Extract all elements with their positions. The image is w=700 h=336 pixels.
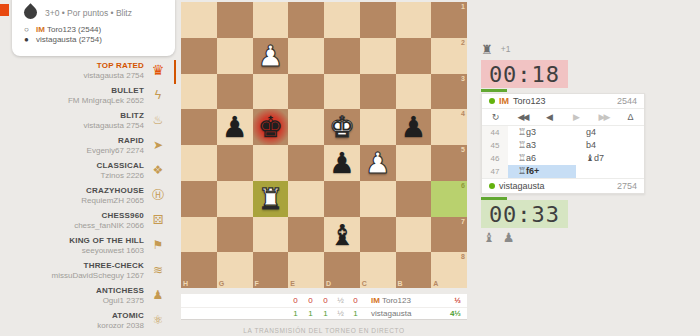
square-e2[interactable]	[288, 38, 324, 74]
move-white[interactable]: ♖g3	[508, 126, 576, 139]
leaderboard-item-atomic[interactable]: ATOMICkorozor 2038⚛	[0, 308, 172, 333]
crazyhouse-icon: Ⓗ	[144, 183, 172, 208]
leaderboard-item-classical[interactable]: CLASSICALTzinos 2226❖	[0, 158, 172, 183]
leaderboard-user: missuDavidScheguy 1267	[52, 271, 145, 281]
game-score: 0	[318, 296, 333, 305]
square-c3[interactable]	[360, 74, 396, 110]
leaderboard-item-rapid[interactable]: RAPIDEvgeniy67 2274➤	[0, 133, 172, 158]
leaderboard-item-three-check[interactable]: THREE-CHECKmissuDavidScheguy 1267≋	[0, 258, 172, 283]
square-a4[interactable]: 4	[431, 109, 467, 145]
square-e6[interactable]	[288, 181, 324, 217]
square-h7[interactable]	[181, 217, 217, 253]
square-g8[interactable]: G	[217, 252, 253, 288]
square-g5[interactable]	[217, 145, 253, 181]
leaderboard-user: korozor 2038	[97, 321, 144, 331]
white-side-icon: ○	[24, 25, 32, 35]
card-player-row[interactable]: ●vistagausta (2754)	[24, 35, 167, 45]
last-move-icon: ▶▶	[590, 112, 617, 122]
prev-move-icon[interactable]: ◀	[536, 112, 563, 122]
square-b4[interactable]: ♟	[396, 109, 432, 145]
rank-label: 5	[461, 146, 465, 153]
atom-icon: ⚛	[144, 308, 172, 333]
leaderboard-scroll-indicator	[174, 60, 176, 84]
square-g6[interactable]	[217, 181, 253, 217]
leaderboard-item-antichess[interactable]: ANTICHESSOgul1 2375♟	[0, 283, 172, 308]
white-piece-d4[interactable]: ♚	[324, 109, 360, 145]
leaderboard-title: BLITZ	[84, 111, 145, 121]
move-panel: IM Toro123 2544 ↻◀◀◀▶▶▶Δ 44♖g3g445♖a3b44…	[481, 93, 645, 194]
game-score: 1	[318, 309, 333, 318]
game-score: 0	[288, 296, 303, 305]
leaderboard-text: KING OF THE HILLseeyouwest 1603	[69, 236, 144, 256]
file-label: G	[219, 280, 224, 287]
square-c6[interactable]	[360, 181, 396, 217]
square-h4[interactable]	[181, 109, 217, 145]
square-c2[interactable]	[360, 38, 396, 74]
file-label: B	[398, 280, 403, 287]
square-f6[interactable]: ♜	[253, 181, 289, 217]
move-black[interactable]: b4	[576, 139, 644, 152]
move-row: 47♖f6+	[482, 165, 644, 178]
next-move-icon: ▶	[563, 112, 590, 122]
player-name: Toro123	[513, 96, 546, 106]
move-list: 44♖g3g445♖a3b446♖a6♝d747♖f6+	[482, 126, 644, 178]
turtle-icon: ❖	[144, 158, 172, 183]
player-row-bottom[interactable]: vistagausta 2754	[482, 178, 644, 193]
rabbit-icon: ➤	[144, 133, 172, 158]
leaderboard-text: BULLETFM MnIgraqLek 2652	[68, 86, 144, 106]
move-white[interactable]: ♖a3	[508, 139, 576, 152]
player-row-top[interactable]: IM Toro123 2544	[482, 94, 644, 109]
rank-label: 7	[461, 218, 465, 225]
leaderboard-text: CLASSICALTzinos 2226	[96, 161, 144, 181]
leaderboard-text: CRAZYHOUSERequiemZH 2065	[81, 186, 144, 206]
leaderboard-item-crazyhouse[interactable]: CRAZYHOUSERequiemZH 2065Ⓗ	[0, 183, 172, 208]
leaderboard-text: ANTICHESSOgul1 2375	[96, 286, 144, 306]
leaderboard-title: TOP RATED	[84, 61, 145, 71]
move-white[interactable]: ♖f6+	[508, 165, 576, 178]
black-piece-d7[interactable]: ♝	[324, 217, 360, 253]
file-label: H	[183, 280, 188, 287]
move-row: 45♖a3b4	[482, 139, 644, 152]
square-e8[interactable]: E	[288, 252, 324, 288]
game-score: 1	[288, 309, 303, 318]
leaderboard-title: RAPID	[87, 136, 144, 146]
square-h8[interactable]: H	[181, 252, 217, 288]
square-e5[interactable]	[288, 145, 324, 181]
game-setup-text: 3+0 • Por puntos • Blitz	[45, 8, 132, 18]
leaderboard-item-chess960[interactable]: CHESS960chess_fanNIK 2066⚄	[0, 208, 172, 233]
lightning-icon: ϟ	[144, 83, 172, 108]
leaderboard-text: TOP RATEDvistagausta 2754	[84, 61, 145, 81]
square-h1[interactable]	[181, 2, 217, 38]
square-a3[interactable]: 3	[431, 74, 467, 110]
square-a7[interactable]: 7	[431, 217, 467, 253]
leaderboard-title: KING OF THE HILL	[69, 236, 144, 246]
score-total: ½	[441, 296, 467, 305]
rank-label: 1	[461, 3, 465, 10]
square-d4[interactable]: ♚	[324, 109, 360, 145]
online-dot	[489, 98, 495, 104]
footer-caption: LA TRANSMISIÓN DEL TORNEO EN DIRECTO	[181, 327, 467, 334]
player-title-badge: IM	[499, 96, 509, 106]
first-move-icon[interactable]: ◀◀	[509, 112, 536, 122]
square-h2[interactable]	[181, 38, 217, 74]
score-total: 4½	[441, 309, 467, 318]
card-player-name: IM Toro123 (2544)	[36, 25, 101, 35]
game-score: 1	[303, 309, 318, 318]
file-label: A	[433, 280, 438, 287]
square-h3[interactable]	[181, 74, 217, 110]
move-row: 46♖a6♝d7	[482, 152, 644, 165]
square-f4[interactable]: ♚	[253, 109, 289, 145]
white-piece-c5[interactable]: ♟	[360, 145, 396, 181]
move-number: 46	[482, 152, 508, 165]
square-e7[interactable]	[288, 217, 324, 253]
leaderboard-item-bullet[interactable]: BULLETFM MnIgraqLek 2652ϟ	[0, 83, 172, 108]
leaderboard-user: chess_fanNIK 2066	[74, 221, 144, 231]
rank-label: 4	[461, 110, 465, 117]
white-piece-f2[interactable]: ♟	[253, 38, 289, 74]
square-b3[interactable]	[396, 74, 432, 110]
flag-icon: ⚑	[144, 233, 172, 258]
square-a8[interactable]: A8	[431, 252, 467, 288]
captured-pieces-bottom: ♝ ♟	[483, 230, 516, 245]
white-piece-f6[interactable]: ♜	[253, 181, 289, 217]
square-f2[interactable]: ♟	[253, 38, 289, 74]
square-d8[interactable]: D	[324, 252, 360, 288]
layers-icon: ≋	[144, 258, 172, 283]
square-d2[interactable]	[324, 38, 360, 74]
square-g3[interactable]	[217, 74, 253, 110]
move-toolbar: ↻◀◀◀▶▶▶Δ	[482, 109, 644, 126]
square-c4[interactable]	[360, 109, 396, 145]
leaderboard-user: seeyouwest 1603	[69, 246, 144, 256]
move-number: 47	[482, 165, 508, 178]
square-f5[interactable]	[253, 145, 289, 181]
game-score: 0	[348, 296, 363, 305]
chess-board: 1♟23♟♚♚♟4♟♟5♜6♝7HGFEDCBA8	[181, 2, 467, 288]
player-rating: 2544	[617, 96, 637, 106]
score-player-name[interactable]: IM Toro123	[363, 296, 441, 305]
leaderboard-text: CHESS960chess_fanNIK 2066	[74, 211, 144, 231]
leaderboard-user: FM MnIgraqLek 2652	[68, 96, 144, 106]
score-row: 111½1vistagausta4½	[181, 307, 467, 320]
square-b5[interactable]	[396, 145, 432, 181]
score-player-name[interactable]: vistagausta	[363, 309, 441, 318]
rank-label: 2	[461, 39, 465, 46]
square-c5[interactable]: ♟	[360, 145, 396, 181]
square-d7[interactable]: ♝	[324, 217, 360, 253]
game-score: 1	[348, 309, 363, 318]
square-c7[interactable]	[360, 217, 396, 253]
leaderboard-user: Tzinos 2226	[96, 171, 144, 181]
leaderboard-text: ATOMICkorozor 2038	[97, 311, 144, 331]
square-h5[interactable]	[181, 145, 217, 181]
square-d3[interactable]	[324, 74, 360, 110]
leaderboard-title: BULLET	[68, 86, 144, 96]
square-e4[interactable]	[288, 109, 324, 145]
leaderboard-user: Evgeniy67 2274	[87, 146, 144, 156]
flame-icon: ♨	[144, 108, 172, 133]
leaderboard-text: THREE-CHECKmissuDavidScheguy 1267	[52, 261, 145, 281]
move-black[interactable]: g4	[576, 126, 644, 139]
black-piece-f4[interactable]: ♚	[253, 109, 289, 145]
black-piece-d5[interactable]: ♟	[324, 145, 360, 181]
square-c8[interactable]: C	[360, 252, 396, 288]
square-h6[interactable]	[181, 181, 217, 217]
game-score: 0	[303, 296, 318, 305]
rank-label: 8	[461, 253, 465, 260]
captured-pieces-top: ♜ +1	[481, 42, 511, 57]
square-c1[interactable]	[360, 2, 396, 38]
square-b6[interactable]	[396, 181, 432, 217]
square-d1[interactable]	[324, 2, 360, 38]
card-player-name: vistagausta (2754)	[36, 35, 102, 45]
captured-bishop-pawn-icons: ♝ ♟	[483, 230, 516, 245]
file-label: D	[326, 280, 331, 287]
square-f1[interactable]	[253, 2, 289, 38]
black-piece-g4[interactable]: ♟	[217, 109, 253, 145]
square-e3[interactable]	[288, 74, 324, 110]
leaderboard: TOP RATEDvistagausta 2754♛BULLETFM MnIgr…	[0, 58, 172, 333]
leaderboard-user: vistagausta 2754	[84, 121, 145, 131]
leaderboard-user: Ogul1 2375	[96, 296, 144, 306]
move-black[interactable]	[576, 165, 644, 178]
square-b8[interactable]: B	[396, 252, 432, 288]
square-g2[interactable]	[217, 38, 253, 74]
square-g1[interactable]	[217, 2, 253, 38]
square-a2[interactable]: 2	[431, 38, 467, 74]
clock-bottom: 00:33	[481, 200, 568, 228]
leaderboard-text: BLITZvistagausta 2754	[84, 111, 145, 131]
rank-label: 3	[461, 75, 465, 82]
square-g4[interactable]: ♟	[217, 109, 253, 145]
move-number: 44	[482, 126, 508, 139]
move-number: 45	[482, 139, 508, 152]
square-d5[interactable]: ♟	[324, 145, 360, 181]
leaderboard-user: vistagausta 2754	[84, 71, 145, 81]
rank-label: 6	[461, 182, 465, 189]
game-score: ½	[333, 296, 348, 305]
square-a5[interactable]: 5	[431, 145, 467, 181]
game-info-card: 3+0 • Por puntos • Blitz ○IM Toro123 (25…	[12, 0, 175, 56]
file-label: F	[255, 280, 259, 287]
leaderboard-title: CLASSICAL	[96, 161, 144, 171]
edge-marker	[0, 4, 9, 16]
move-black[interactable]: ♝d7	[576, 152, 644, 165]
player-rating: 2754	[617, 181, 637, 191]
leaderboard-title: THREE-CHECK	[52, 261, 145, 271]
dice-icon: ⚄	[144, 208, 172, 233]
black-piece-b4[interactable]: ♟	[396, 109, 432, 145]
square-b1[interactable]	[396, 2, 432, 38]
card-player-row[interactable]: ○IM Toro123 (2544)	[24, 25, 167, 35]
leaderboard-item-king-of-the-hill[interactable]: KING OF THE HILLseeyouwest 1603⚑	[0, 233, 172, 258]
file-label: C	[362, 280, 367, 287]
square-a6[interactable]: 6	[431, 181, 467, 217]
clock-bar-top	[481, 89, 507, 92]
file-label: E	[290, 280, 295, 287]
score-row: 000½0IM Toro123½	[181, 294, 467, 307]
match-score-table: 000½0IM Toro123½111½1vistagausta4½	[181, 294, 467, 320]
leaderboard-user: RequiemZH 2065	[81, 196, 144, 206]
square-f8[interactable]: F	[253, 252, 289, 288]
square-e1[interactable]	[288, 2, 324, 38]
square-b7[interactable]	[396, 217, 432, 253]
square-d6[interactable]	[324, 181, 360, 217]
leaderboard-title: ANTICHESS	[96, 286, 144, 296]
analysis-icon[interactable]: Δ	[617, 112, 644, 122]
leaderboard-title: CHESS960	[74, 211, 144, 221]
online-dot	[489, 183, 495, 189]
antichess-icon: ♟	[144, 283, 172, 308]
game-score: ½	[333, 309, 348, 318]
move-row: 44♖g3g4	[482, 126, 644, 139]
crown-icon: ♛	[144, 58, 172, 83]
player-name: vistagausta	[499, 181, 545, 191]
move-white[interactable]: ♖a6	[508, 152, 576, 165]
blitz-flame-icon	[21, 3, 39, 21]
leaderboard-title: CRAZYHOUSE	[81, 186, 144, 196]
leaderboard-item-top-rated[interactable]: TOP RATEDvistagausta 2754♛	[0, 58, 172, 83]
square-b2[interactable]	[396, 38, 432, 74]
leaderboard-text: RAPIDEvgeniy67 2274	[87, 136, 144, 156]
square-g7[interactable]	[217, 217, 253, 253]
black-side-icon: ●	[24, 35, 32, 45]
square-a1[interactable]: 1	[431, 2, 467, 38]
leaderboard-title: ATOMIC	[97, 311, 144, 321]
square-f3[interactable]	[253, 74, 289, 110]
square-f7[interactable]	[253, 217, 289, 253]
captured-rook-icon: ♜	[481, 42, 495, 57]
material-advantage: +1	[501, 44, 511, 54]
leaderboard-item-blitz[interactable]: BLITZvistagausta 2754♨	[0, 108, 172, 133]
clock-top: 00:18	[481, 60, 568, 88]
flip-board-icon[interactable]: ↻	[482, 112, 509, 122]
